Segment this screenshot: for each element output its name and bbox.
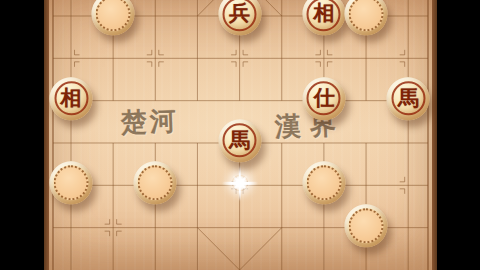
piece-ring: 兵 (223, 0, 257, 31)
xiangqi-board[interactable]: 楚河 漢界 兵相相仕馬馬 (44, 0, 437, 270)
piece-a4-red-elephant[interactable]: 相 (50, 77, 93, 120)
piece-ring: 馬 (223, 124, 257, 158)
piece-character: 相 (61, 88, 82, 109)
hidden-piece-back (54, 166, 89, 201)
piece-h7-hidden[interactable] (345, 204, 388, 247)
hidden-piece-back (349, 208, 384, 243)
board-edge-left (44, 0, 49, 270)
hidden-piece-back (349, 0, 384, 31)
sparkle-highlight-effect (221, 164, 259, 202)
piece-i4-red-horse[interactable]: 馬 (387, 77, 430, 120)
piece-ring: 相 (307, 0, 341, 31)
piece-ring: 馬 (391, 82, 425, 116)
piece-ring: 仕 (307, 82, 341, 116)
piece-character: 兵 (229, 3, 250, 24)
piece-character: 相 (313, 3, 334, 24)
hidden-piece-back (96, 0, 131, 31)
piece-g4-red-advisor[interactable]: 仕 (302, 77, 345, 120)
hidden-piece-back (138, 166, 173, 201)
piece-ring: 相 (54, 82, 88, 116)
letterbox-right (437, 0, 480, 270)
hidden-piece-back (306, 166, 341, 201)
video-frame: 楚河 漢界 兵相相仕馬馬 (0, 0, 480, 270)
piece-character: 馬 (398, 88, 419, 109)
piece-character: 馬 (229, 130, 250, 151)
river-label-chu-he: 楚河 (120, 103, 179, 140)
piece-e5-red-horse[interactable]: 馬 (218, 119, 261, 162)
piece-character: 仕 (313, 88, 334, 109)
piece-g6-hidden[interactable] (302, 162, 345, 205)
letterbox-left (0, 0, 44, 270)
piece-c6-hidden[interactable] (134, 162, 177, 205)
piece-a6-hidden[interactable] (50, 162, 93, 205)
